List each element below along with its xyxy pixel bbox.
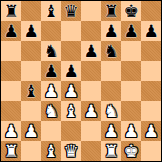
piece-black-pawn: ♟	[43, 61, 58, 81]
square-g8[interactable]: ♚	[121, 1, 141, 21]
piece-white-pawn: ♟	[3, 121, 18, 141]
piece-white-knight: ♞	[43, 101, 58, 121]
square-d4[interactable]: ♟	[61, 81, 81, 101]
piece-white-rook: ♜	[3, 141, 18, 161]
square-a3[interactable]	[1, 101, 21, 121]
square-g6[interactable]	[121, 41, 141, 61]
piece-black-pawn: ♟	[103, 21, 118, 41]
square-c8[interactable]: ♝	[41, 1, 61, 21]
square-a4[interactable]	[1, 81, 21, 101]
piece-white-king: ♚	[123, 141, 138, 161]
square-g1[interactable]: ♚	[121, 141, 141, 161]
square-a2[interactable]: ♟	[1, 121, 21, 141]
square-f1[interactable]: ♜	[101, 141, 121, 161]
piece-black-bishop: ♝	[23, 81, 38, 101]
square-e3[interactable]: ♟	[81, 101, 101, 121]
square-f3[interactable]: ♞	[101, 101, 121, 121]
piece-black-rook: ♜	[3, 1, 18, 21]
square-e5[interactable]	[81, 61, 101, 81]
square-b7[interactable]: ♟	[21, 21, 41, 41]
square-c4[interactable]: ♟	[41, 81, 61, 101]
piece-black-pawn: ♟	[83, 41, 98, 61]
square-f7[interactable]: ♟	[101, 21, 121, 41]
square-d5[interactable]: ♟	[61, 61, 81, 81]
piece-black-pawn: ♟	[63, 61, 78, 81]
square-d7[interactable]	[61, 21, 81, 41]
square-d6[interactable]	[61, 41, 81, 61]
square-b8[interactable]	[21, 1, 41, 21]
square-g7[interactable]: ♟	[121, 21, 141, 41]
square-h2[interactable]: ♟	[141, 121, 161, 141]
square-d1[interactable]: ♛	[61, 141, 81, 161]
piece-black-bishop: ♝	[43, 1, 58, 21]
piece-white-pawn: ♟	[83, 101, 98, 121]
square-d8[interactable]: ♛	[61, 1, 81, 21]
square-c6[interactable]: ♞	[41, 41, 61, 61]
square-a5[interactable]	[1, 61, 21, 81]
piece-black-knight: ♞	[103, 41, 118, 61]
square-b3[interactable]	[21, 101, 41, 121]
piece-black-queen: ♛	[63, 1, 78, 21]
piece-white-pawn: ♟	[143, 121, 158, 141]
square-c3[interactable]: ♞	[41, 101, 61, 121]
piece-black-pawn: ♟	[123, 21, 138, 41]
square-c1[interactable]: ♝	[41, 141, 61, 161]
square-h4[interactable]	[141, 81, 161, 101]
square-c5[interactable]: ♟	[41, 61, 61, 81]
piece-white-pawn: ♟	[23, 121, 38, 141]
piece-black-rook: ♜	[103, 1, 118, 21]
piece-black-king: ♚	[123, 1, 138, 21]
piece-white-pawn: ♟	[103, 121, 118, 141]
square-f8[interactable]: ♜	[101, 1, 121, 21]
square-h5[interactable]	[141, 61, 161, 81]
piece-white-pawn: ♟	[43, 81, 58, 101]
square-g4[interactable]	[121, 81, 141, 101]
square-e2[interactable]	[81, 121, 101, 141]
square-h7[interactable]: ♟	[141, 21, 161, 41]
square-d3[interactable]: ♝	[61, 101, 81, 121]
square-f4[interactable]	[101, 81, 121, 101]
piece-black-pawn: ♟	[143, 21, 158, 41]
square-e4[interactable]	[81, 81, 101, 101]
square-h6[interactable]	[141, 41, 161, 61]
piece-black-pawn: ♟	[3, 21, 18, 41]
square-b1[interactable]	[21, 141, 41, 161]
square-b6[interactable]	[21, 41, 41, 61]
square-f5[interactable]	[101, 61, 121, 81]
square-f2[interactable]: ♟	[101, 121, 121, 141]
piece-black-knight: ♞	[43, 41, 58, 61]
square-a7[interactable]: ♟	[1, 21, 21, 41]
square-h1[interactable]	[141, 141, 161, 161]
piece-black-pawn: ♟	[23, 21, 38, 41]
chess-board: ♜♝♛♜♚♟♟♟♟♟♞♟♞♟♟♝♟♟♞♝♟♞♟♟♟♟♟♜♝♛♜♚	[0, 0, 162, 162]
square-b2[interactable]: ♟	[21, 121, 41, 141]
square-c2[interactable]	[41, 121, 61, 141]
square-d2[interactable]	[61, 121, 81, 141]
square-e6[interactable]: ♟	[81, 41, 101, 61]
square-g2[interactable]: ♟	[121, 121, 141, 141]
square-g3[interactable]	[121, 101, 141, 121]
square-h3[interactable]	[141, 101, 161, 121]
square-b5[interactable]	[21, 61, 41, 81]
piece-white-queen: ♛	[63, 141, 78, 161]
square-f6[interactable]: ♞	[101, 41, 121, 61]
square-b4[interactable]: ♝	[21, 81, 41, 101]
square-a1[interactable]: ♜	[1, 141, 21, 161]
square-a6[interactable]	[1, 41, 21, 61]
piece-white-bishop: ♝	[43, 141, 58, 161]
piece-white-pawn: ♟	[123, 121, 138, 141]
square-e8[interactable]	[81, 1, 101, 21]
square-e1[interactable]	[81, 141, 101, 161]
piece-white-knight: ♞	[103, 101, 118, 121]
piece-white-rook: ♜	[103, 141, 118, 161]
square-c7[interactable]	[41, 21, 61, 41]
square-g5[interactable]	[121, 61, 141, 81]
square-e7[interactable]	[81, 21, 101, 41]
piece-white-pawn: ♟	[63, 81, 78, 101]
piece-white-bishop: ♝	[63, 101, 78, 121]
square-a8[interactable]: ♜	[1, 1, 21, 21]
square-h8[interactable]	[141, 1, 161, 21]
